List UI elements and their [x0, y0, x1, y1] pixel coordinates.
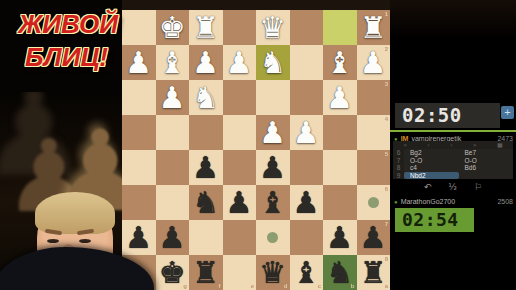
- square-a7[interactable]: ♟7: [357, 220, 391, 255]
- square-g2[interactable]: ♝: [156, 45, 190, 80]
- legal-move-dot[interactable]: [368, 197, 379, 208]
- move-white[interactable]: Bg2: [404, 149, 459, 157]
- player-rating: 2508: [497, 198, 513, 205]
- white-pawn[interactable]: ♟: [323, 80, 357, 115]
- move-number: 8: [393, 164, 404, 172]
- square-g5[interactable]: [156, 150, 190, 185]
- analysis-board-button-icon[interactable]: ▦: [497, 141, 503, 149]
- square-f6[interactable]: ♞: [189, 185, 223, 220]
- move-number: 9: [393, 172, 404, 180]
- move-row-6: 6Bg2Be7: [393, 149, 513, 157]
- square-h1[interactable]: [122, 10, 156, 45]
- square-c5[interactable]: [290, 150, 324, 185]
- square-c8[interactable]: ♝c: [290, 255, 324, 290]
- square-d5[interactable]: ♟: [256, 150, 290, 185]
- rank-label: 7: [385, 221, 388, 227]
- move-black[interactable]: [459, 172, 514, 180]
- square-a1[interactable]: ♜1: [357, 10, 391, 45]
- square-e5[interactable]: [223, 150, 257, 185]
- square-c4[interactable]: ♟: [290, 115, 324, 150]
- square-b2[interactable]: ♝: [323, 45, 357, 80]
- black-pawn[interactable]: ♟: [223, 185, 257, 220]
- square-d7[interactable]: [256, 220, 290, 255]
- streamer-eye: [79, 239, 91, 243]
- white-bishop[interactable]: ♝: [323, 45, 357, 80]
- last-move-button-icon[interactable]: »: [473, 141, 477, 149]
- square-f7[interactable]: [189, 220, 223, 255]
- square-h2[interactable]: ♟: [122, 45, 156, 80]
- player-row: ● MarathonGo2700 2508: [394, 196, 513, 207]
- square-g6[interactable]: [156, 185, 190, 220]
- white-pawn[interactable]: ♟: [256, 115, 290, 150]
- streamer-eye: [47, 239, 59, 243]
- square-h4[interactable]: [122, 115, 156, 150]
- file-label: e: [251, 283, 254, 289]
- white-rook[interactable]: ♜: [189, 10, 223, 45]
- black-pawn[interactable]: ♟: [290, 185, 324, 220]
- first-move-button-icon[interactable]: «: [403, 141, 407, 149]
- square-f3[interactable]: ♞: [189, 80, 223, 115]
- black-pawn[interactable]: ♟: [122, 220, 156, 255]
- square-f5[interactable]: ♟: [189, 150, 223, 185]
- black-pawn[interactable]: ♟: [256, 150, 290, 185]
- square-d4[interactable]: ♟: [256, 115, 290, 150]
- white-pawn[interactable]: ♟: [156, 80, 190, 115]
- square-c2[interactable]: [290, 45, 324, 80]
- move-white[interactable]: O-O: [404, 157, 459, 165]
- square-d8[interactable]: ♛d: [256, 255, 290, 290]
- square-e6[interactable]: ♟: [223, 185, 257, 220]
- white-knight[interactable]: ♞: [189, 80, 223, 115]
- square-g1[interactable]: ♚: [156, 10, 190, 45]
- square-e4[interactable]: [223, 115, 257, 150]
- give-time-button[interactable]: +: [501, 106, 514, 119]
- square-d3[interactable]: [256, 80, 290, 115]
- move-black[interactable]: O-O: [459, 157, 514, 165]
- move-list-rows: 6Bg2Be77O-OO-O8c4Bd69Nbd2: [393, 149, 513, 179]
- file-label: g: [183, 283, 187, 289]
- file-label: c: [318, 283, 321, 289]
- square-c6[interactable]: ♟: [290, 185, 324, 220]
- square-b5[interactable]: [323, 150, 357, 185]
- move-row-9: 9Nbd2: [393, 172, 513, 180]
- square-g4[interactable]: [156, 115, 190, 150]
- stream-title-line1: ЖИВОЙ: [18, 9, 118, 39]
- square-h6[interactable]: [122, 185, 156, 220]
- black-rook[interactable]: ♜: [189, 255, 223, 290]
- square-f4[interactable]: [189, 115, 223, 150]
- square-c7[interactable]: [290, 220, 324, 255]
- game-actions: ↶½⚐: [393, 181, 513, 194]
- square-b8[interactable]: ♞b: [323, 255, 357, 290]
- rank-label: 8: [385, 256, 388, 262]
- next-move-button-icon[interactable]: ›: [450, 141, 452, 149]
- online-dot: ●: [394, 199, 398, 205]
- square-e7[interactable]: [223, 220, 257, 255]
- resign-icon[interactable]: ⚐: [474, 181, 482, 194]
- square-b3[interactable]: ♟: [323, 80, 357, 115]
- white-pawn[interactable]: ♟: [223, 45, 257, 80]
- file-label: a: [385, 283, 388, 289]
- square-e3[interactable]: [223, 80, 257, 115]
- square-a6[interactable]: 6: [357, 185, 391, 220]
- move-black[interactable]: Bd6: [459, 164, 514, 172]
- move-list: «‹›»▦ 6Bg2Be77O-OO-O8c4Bd69Nbd2: [393, 141, 513, 179]
- square-d6[interactable]: ♝: [256, 185, 290, 220]
- rank-label: 4: [385, 116, 388, 122]
- stream-title-line2: БЛИЦ!: [0, 41, 118, 74]
- square-h3[interactable]: [122, 80, 156, 115]
- move-black[interactable]: Be7: [459, 149, 514, 157]
- stream-title: ЖИВОЙ БЛИЦ!: [0, 8, 118, 74]
- move-number: 6: [393, 149, 404, 157]
- prev-move-button-icon[interactable]: ‹: [427, 141, 429, 149]
- square-d2[interactable]: ♞: [256, 45, 290, 80]
- player-name[interactable]: MarathonGo2700: [401, 198, 455, 205]
- legal-move-dot[interactable]: [267, 232, 278, 243]
- file-label: d: [284, 283, 288, 289]
- move-white[interactable]: Nbd2: [404, 172, 459, 180]
- white-knight[interactable]: ♞: [256, 45, 290, 80]
- square-f8[interactable]: ♜f: [189, 255, 223, 290]
- rank-label: 6: [385, 186, 388, 192]
- opponent-clock: 02:50: [395, 103, 500, 128]
- white-pawn[interactable]: ♟: [122, 45, 156, 80]
- square-a3[interactable]: 3: [357, 80, 391, 115]
- square-b6[interactable]: [323, 185, 357, 220]
- move-number: 7: [393, 157, 404, 165]
- square-b4[interactable]: [323, 115, 357, 150]
- takeback-icon[interactable]: ↶: [424, 181, 432, 194]
- square-a4[interactable]: 4: [357, 115, 391, 150]
- game-panel: 02:50 + ● IM vampirenergetik 2473 «‹›»▦ …: [390, 0, 516, 290]
- rank-label: 5: [385, 151, 388, 157]
- square-b1[interactable]: [323, 10, 357, 45]
- black-pawn[interactable]: ♟: [189, 150, 223, 185]
- black-pawn[interactable]: ♟: [156, 220, 190, 255]
- square-a2[interactable]: ♟2: [357, 45, 391, 80]
- square-h7[interactable]: ♟: [122, 220, 156, 255]
- draw-offer-icon[interactable]: ½: [448, 181, 457, 194]
- square-b7[interactable]: ♟: [323, 220, 357, 255]
- white-queen[interactable]: ♛: [256, 10, 290, 45]
- square-e2[interactable]: ♟: [223, 45, 257, 80]
- board-top-edge: [122, 0, 390, 10]
- rank-label: 3: [385, 81, 388, 87]
- square-a8[interactable]: ♜a8: [357, 255, 391, 290]
- square-h5[interactable]: [122, 150, 156, 185]
- white-pawn[interactable]: ♟: [290, 115, 324, 150]
- square-g8[interactable]: ♚g: [156, 255, 190, 290]
- player-clock: 02:54: [395, 208, 474, 232]
- square-c3[interactable]: [290, 80, 324, 115]
- square-c1[interactable]: [290, 10, 324, 45]
- move-row-7: 7O-OO-O: [393, 157, 513, 165]
- streamer-hair: [35, 192, 115, 234]
- square-g7[interactable]: ♟: [156, 220, 190, 255]
- clock-accent-bar: [390, 130, 516, 132]
- rank-label: 1: [385, 11, 388, 17]
- white-bishop[interactable]: ♝: [156, 45, 190, 80]
- chess-board[interactable]: ♚♜♛♜1♟♝♟♟♞♝♟2♟♞♟3♟♟4♟♟5♞♟♝♟6♟♟♟♟7h♚g♜fe♛…: [122, 10, 390, 290]
- move-white[interactable]: c4: [404, 164, 459, 172]
- square-a5[interactable]: 5: [357, 150, 391, 185]
- square-e1[interactable]: [223, 10, 257, 45]
- rank-label: 2: [385, 46, 388, 52]
- square-g3[interactable]: ♟: [156, 80, 190, 115]
- black-knight[interactable]: ♞: [189, 185, 223, 220]
- file-label: b: [351, 283, 355, 289]
- move-nav: «‹›»▦: [393, 141, 513, 149]
- square-d1[interactable]: ♛: [256, 10, 290, 45]
- white-king[interactable]: ♚: [156, 10, 190, 45]
- square-e8[interactable]: e: [223, 255, 257, 290]
- file-label: f: [219, 283, 221, 289]
- black-pawn[interactable]: ♟: [323, 220, 357, 255]
- move-row-8: 8c4Bd6: [393, 164, 513, 172]
- stream-frame: ЖИВОЙ БЛИЦ! ♚♜♛♜1♟♝♟♟♞♝♟2♟♞♟3♟♟4♟♟5♞♟♝♟6…: [0, 0, 516, 290]
- square-f2[interactable]: ♟: [189, 45, 223, 80]
- black-bishop[interactable]: ♝: [256, 185, 290, 220]
- square-f1[interactable]: ♜: [189, 10, 223, 45]
- white-pawn[interactable]: ♟: [189, 45, 223, 80]
